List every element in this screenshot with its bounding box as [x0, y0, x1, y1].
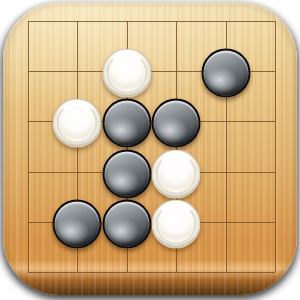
black-stone: [152, 99, 201, 148]
white-stone: [152, 149, 201, 198]
white-stone: [53, 99, 102, 148]
white-stone: [152, 199, 201, 248]
black-stone: [53, 199, 102, 248]
black-stone: [102, 199, 151, 248]
black-stone: [201, 49, 250, 98]
black-stone: [102, 99, 151, 148]
screenshot-stage: [0, 0, 300, 300]
app-icon-go-board[interactable]: [3, 2, 297, 295]
stones-layer: [3, 2, 297, 295]
black-stone: [102, 149, 151, 198]
white-stone: [102, 49, 151, 98]
